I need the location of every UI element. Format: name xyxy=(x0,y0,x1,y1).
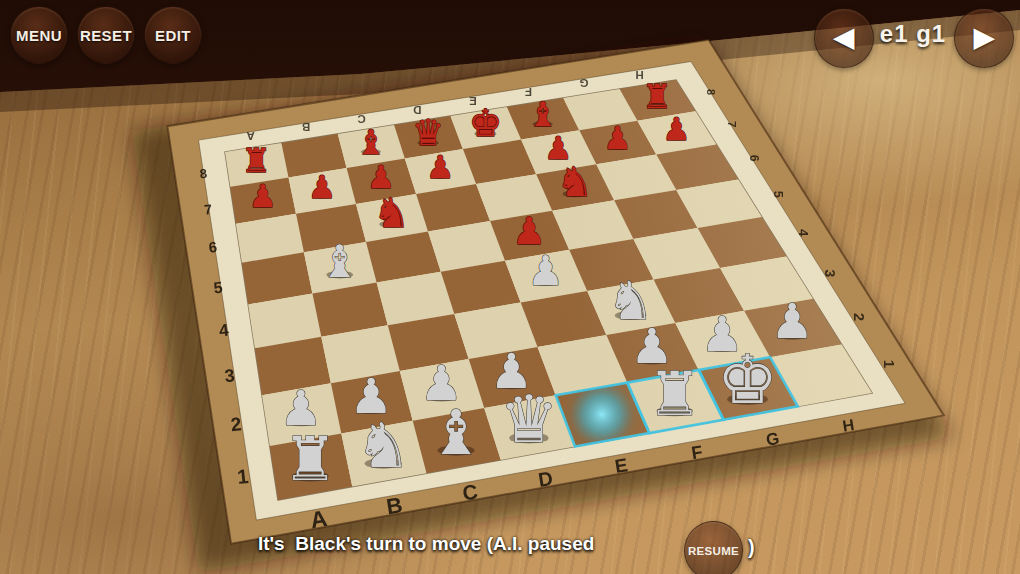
piece-white-bishop-c1[interactable]: ♝ xyxy=(428,396,484,469)
piece-white-rook-f1[interactable]: ♜ xyxy=(647,359,701,429)
rank-label-left-3: 3 xyxy=(224,365,236,386)
piece-white-pawn-e4[interactable]: ♟ xyxy=(527,247,564,295)
rank-label-right-2: 2 xyxy=(851,313,867,321)
rank-label-right-6: 6 xyxy=(747,155,761,162)
status-bar: It's Black's turn to move (A.I. paused xyxy=(258,533,594,555)
chess-board-3d: ABCDEFGH1234567812345678ABCDEFGH ♜♝♛♚♝♜♟… xyxy=(0,0,1020,574)
rank-label-left-6: 6 xyxy=(208,238,218,256)
piece-red-knight-f6[interactable]: ♞ xyxy=(556,158,592,206)
piece-red-queen-d8[interactable]: ♛ xyxy=(412,112,444,153)
piece-white-queen-d1[interactable]: ♛ xyxy=(500,381,559,457)
rank-label-right-8: 8 xyxy=(705,89,717,95)
piece-red-king-e8[interactable]: ♚ xyxy=(469,102,502,145)
piece-white-rook-a1[interactable]: ♜ xyxy=(283,424,337,494)
piece-red-pawn-a7[interactable]: ♟ xyxy=(249,178,277,214)
rank-label-right-3: 3 xyxy=(822,269,838,277)
piece-red-pawn-b7[interactable]: ♟ xyxy=(308,169,336,205)
piece-white-knight-b1[interactable]: ♞ xyxy=(355,409,411,482)
piece-red-pawn-h7[interactable]: ♟ xyxy=(662,111,690,147)
piece-red-rook-a8[interactable]: ♜ xyxy=(241,141,271,180)
reset-button[interactable]: RESET xyxy=(77,6,135,64)
menu-button[interactable]: MENU xyxy=(10,6,68,64)
next-move-button[interactable]: ▶ xyxy=(954,8,1014,68)
game-screen: ABCDEFGH1234567812345678ABCDEFGH ♜♝♛♚♝♜♟… xyxy=(0,0,1020,574)
rank-label-right-4: 4 xyxy=(796,229,811,237)
prev-move-button[interactable]: ◀ xyxy=(814,8,874,68)
rank-label-right-1: 1 xyxy=(881,360,898,368)
right-arrow-icon: ▶ xyxy=(974,24,994,50)
status-text-closing-paren: ) xyxy=(748,536,755,559)
rank-label-left-2: 2 xyxy=(230,413,243,435)
rank-label-right-5: 5 xyxy=(771,191,786,198)
rank-label-right-7: 7 xyxy=(726,121,738,127)
piece-red-bishop-c8[interactable]: ♝ xyxy=(356,123,386,162)
resume-button[interactable]: RESUME xyxy=(684,521,743,574)
piece-red-pawn-g7[interactable]: ♟ xyxy=(603,120,631,156)
left-arrow-icon: ◀ xyxy=(834,24,854,50)
piece-white-king-g1[interactable]: ♚ xyxy=(717,340,778,419)
piece-red-pawn-d7[interactable]: ♟ xyxy=(426,149,454,185)
edit-button[interactable]: EDIT xyxy=(144,6,202,64)
rank-label-left-1: 1 xyxy=(236,465,249,488)
rank-label-left-8: 8 xyxy=(199,166,208,182)
last-move-label: e1 g1 xyxy=(874,20,952,48)
status-text: It's Black's turn to move (A.I. paused xyxy=(258,533,594,555)
rank-label-left-5: 5 xyxy=(213,279,224,297)
piece-red-knight-c6[interactable]: ♞ xyxy=(373,189,409,237)
piece-red-bishop-f8[interactable]: ♝ xyxy=(527,95,557,134)
file-label-top-G: G xyxy=(579,77,588,89)
piece-white-bishop-b5[interactable]: ♝ xyxy=(320,236,360,287)
file-label-top-B: B xyxy=(302,121,310,133)
